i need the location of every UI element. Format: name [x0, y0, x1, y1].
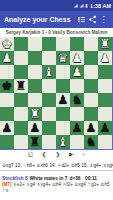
square[interactable] [98, 79, 112, 93]
app-title: Analyze your Chess [4, 16, 76, 23]
square[interactable] [84, 79, 98, 93]
square[interactable] [14, 121, 28, 135]
square[interactable] [42, 37, 56, 51]
square[interactable] [70, 107, 84, 121]
square[interactable] [14, 51, 28, 65]
piece-white-queen[interactable]: ♛ [58, 51, 69, 65]
square[interactable] [42, 135, 56, 149]
square[interactable] [56, 65, 70, 79]
overflow-menu-icon[interactable]: ⋮ [98, 11, 109, 28]
piece-black-knight[interactable]: ♞ [86, 135, 97, 149]
square[interactable] [56, 107, 70, 121]
game-header: Sergey Karjakin 1 - 0 Vasily Borisovich … [0, 28, 113, 37]
move-token[interactable]: ♔h5 [71, 163, 80, 168]
piece-black-pawn[interactable]: ♟ [86, 121, 97, 135]
square[interactable]: ♜ [98, 37, 112, 51]
square[interactable]: ♞ [70, 93, 84, 107]
analyze-your-chess-app: ◢ ◢ ▮ 1:38 AM Analyze your Chess ⋮ Serge… [0, 0, 113, 200]
move-token[interactable]: ♗xg4 [103, 163, 113, 168]
move-token[interactable]: 14. [49, 163, 55, 168]
square[interactable]: ♝ [56, 135, 70, 149]
square[interactable] [98, 107, 112, 121]
square[interactable] [28, 79, 42, 93]
square[interactable]: ♜ [28, 107, 42, 121]
network-icon: ◢ [74, 3, 78, 8]
square[interactable] [42, 79, 56, 93]
flip-board-icon[interactable]: ◱ [28, 150, 33, 158]
square[interactable] [84, 107, 98, 121]
move-token[interactable]: ♕d2+ [57, 163, 69, 168]
move-token[interactable]: 13. [15, 163, 21, 168]
square[interactable]: ♟ [98, 121, 112, 135]
board-nav-toolbar: ◱❮❯▶⌕ [0, 150, 113, 158]
square[interactable] [14, 135, 28, 149]
square[interactable]: ♞ [84, 135, 98, 149]
square[interactable] [28, 51, 42, 65]
piece-black-pawn[interactable]: ♟ [72, 121, 83, 135]
square[interactable] [0, 65, 14, 79]
square[interactable] [70, 135, 84, 149]
square[interactable] [42, 51, 56, 65]
square[interactable] [42, 121, 56, 135]
android-status-bar: ◢ ◢ ▮ 1:38 AM [0, 0, 113, 11]
zoom-icon[interactable]: ⌕ [82, 150, 85, 158]
square[interactable] [14, 37, 28, 51]
move-list-icon[interactable] [76, 11, 87, 28]
piece-black-king[interactable]: ♚ [2, 79, 13, 93]
square[interactable]: ♜ [14, 79, 28, 93]
piece-black-rook[interactable]: ♜ [30, 135, 41, 149]
engine-panel: Stockfish 8White mates in 7d=36 00:11 (M… [0, 172, 113, 194]
square[interactable]: ♛ [56, 51, 70, 65]
piece-black-pawn[interactable]: ♟ [100, 121, 111, 135]
square[interactable] [70, 79, 84, 93]
square[interactable] [28, 93, 42, 107]
move-token[interactable]: ♔xg7 [2, 163, 14, 168]
engine-evaluation: White mates in 7 [30, 176, 68, 181]
square[interactable]: ♚ [0, 37, 14, 51]
autoplay-icon[interactable]: ▶ [69, 150, 73, 158]
square[interactable]: ♟ [28, 121, 42, 135]
players-result-line: Sergey Karjakin 1 - 0 Vasily Borisovich … [6, 30, 108, 35]
square[interactable]: ♝ [42, 65, 56, 79]
move-token[interactable]: ♔xh6 [36, 163, 48, 168]
square[interactable] [56, 79, 70, 93]
square[interactable] [84, 65, 98, 79]
square[interactable] [0, 135, 14, 149]
square[interactable]: ♟ [70, 51, 84, 65]
piece-white-king[interactable]: ♚ [2, 37, 13, 51]
engine-depth: d=36 [69, 176, 80, 181]
piece-white-rook[interactable]: ♜ [30, 107, 41, 121]
move-token[interactable]: ♗g4+ [89, 163, 101, 168]
engine-name: Stockfish 8 [2, 176, 28, 181]
engine-line: (M7) ♗e2+ ♗g4 ♗xg4+ ♔h4 ♕f2+ ♔xg4 ♖g1+ ♔… [2, 182, 111, 193]
engine-pv-moves: ♗e2+ ♗g4 ♗xg4+ ♔h4 ♕f2+ ♔xg4 ♖g1+ ♔h5 ♖x [2, 182, 110, 192]
square[interactable] [70, 37, 84, 51]
square[interactable]: ♟ [0, 121, 14, 135]
clock-text: 1:38 AM [90, 3, 111, 9]
piece-black-rook[interactable]: ♜ [16, 79, 27, 93]
move-list: ♔xg713.♘h6+♔xh614.♕d2+♔h515.♗g4+♗xg416.f… [0, 158, 113, 169]
square[interactable] [14, 93, 28, 107]
piece-black-pawn[interactable]: ♟ [58, 93, 69, 107]
piece-white-pawn[interactable]: ♟ [72, 65, 83, 79]
piece-white-pawn[interactable]: ♟ [2, 51, 13, 65]
chess-board[interactable]: ♚♜♟♛♟♟♝♟♚♜♟♞♜♟♟♟♟♟♜♝♞ [0, 37, 113, 150]
engine-time: 00:11 [85, 176, 97, 181]
square[interactable]: ♚ [0, 79, 14, 93]
square[interactable] [28, 37, 42, 51]
move-token[interactable]: ♘h6+ [23, 163, 35, 168]
piece-black-pawn[interactable]: ♟ [2, 121, 13, 135]
prev-move-icon[interactable]: ❮ [42, 150, 47, 158]
square[interactable] [14, 107, 28, 121]
square[interactable] [84, 93, 98, 107]
square[interactable] [84, 51, 98, 65]
piece-white-rook[interactable]: ♜ [100, 37, 111, 51]
share-icon[interactable] [87, 11, 98, 28]
square[interactable]: ♟ [70, 65, 84, 79]
square[interactable]: ♟ [84, 121, 98, 135]
piece-white-pawn[interactable]: ♟ [100, 51, 111, 65]
square[interactable] [98, 93, 112, 107]
square[interactable]: ♟ [56, 93, 70, 107]
square[interactable] [0, 107, 14, 121]
square[interactable] [98, 135, 112, 149]
square[interactable] [42, 93, 56, 107]
app-toolbar: Analyze your Chess ⋮ [0, 11, 113, 28]
mate-tag: (M7) [2, 182, 11, 187]
square[interactable] [14, 65, 28, 79]
square[interactable] [0, 93, 14, 107]
square[interactable]: ♟ [98, 51, 112, 65]
piece-white-bishop[interactable]: ♝ [58, 135, 69, 149]
square[interactable] [56, 37, 70, 51]
square[interactable]: ♜ [28, 135, 42, 149]
next-move-icon[interactable]: ❯ [55, 150, 60, 158]
square[interactable] [28, 65, 42, 79]
square[interactable] [56, 121, 70, 135]
piece-white-bishop[interactable]: ♝ [44, 65, 55, 79]
square[interactable] [42, 107, 56, 121]
piece-white-pawn[interactable]: ♟ [72, 51, 83, 65]
square[interactable] [84, 37, 98, 51]
battery-icon: ▮ [85, 3, 88, 8]
signal-icon: ◢ [79, 3, 83, 8]
piece-black-pawn[interactable]: ♟ [30, 121, 41, 135]
piece-black-knight[interactable]: ♞ [72, 93, 83, 107]
divider [0, 170, 113, 171]
square[interactable] [98, 65, 112, 79]
square[interactable]: ♟ [0, 51, 14, 65]
square[interactable]: ♟ [70, 121, 84, 135]
